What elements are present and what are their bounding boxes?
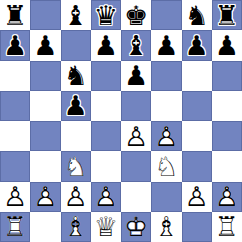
square-g6[interactable] bbox=[182, 61, 212, 91]
square-h3[interactable] bbox=[212, 151, 242, 181]
square-f6[interactable] bbox=[151, 61, 181, 91]
square-a5[interactable] bbox=[0, 91, 30, 121]
square-c8[interactable]: ♝ bbox=[61, 0, 91, 30]
square-a1[interactable]: ♜♖ bbox=[0, 212, 30, 242]
white-pawn-piece[interactable]: ♟♙ bbox=[30, 182, 60, 212]
black-piece-glyph: ♟ bbox=[212, 30, 242, 60]
white-pawn-piece[interactable]: ♟♙ bbox=[121, 121, 151, 151]
square-a7[interactable]: ♟ bbox=[0, 30, 30, 60]
white-piece-outline-layer: ♖ bbox=[0, 212, 30, 242]
square-f3[interactable]: ♞♘ bbox=[151, 151, 181, 181]
white-piece-outline-layer: ♙ bbox=[0, 182, 30, 212]
white-piece-outline-layer: ♘ bbox=[151, 151, 181, 181]
black-piece-glyph: ♟ bbox=[30, 30, 60, 60]
white-pawn-piece[interactable]: ♟♙ bbox=[0, 182, 30, 212]
white-bishop-piece[interactable]: ♝♗ bbox=[61, 212, 91, 242]
square-g1[interactable] bbox=[182, 212, 212, 242]
square-d4[interactable] bbox=[91, 121, 121, 151]
square-h8[interactable]: ♜ bbox=[212, 0, 242, 30]
black-pawn-piece[interactable]: ♟ bbox=[61, 91, 91, 121]
black-piece-glyph: ♟ bbox=[61, 91, 91, 121]
square-d8[interactable]: ♛ bbox=[91, 0, 121, 30]
square-c2[interactable]: ♟♙ bbox=[61, 182, 91, 212]
square-f4[interactable]: ♟♙ bbox=[151, 121, 181, 151]
white-piece-outline-layer: ♔ bbox=[121, 212, 151, 242]
black-rook-piece[interactable]: ♜ bbox=[212, 0, 242, 30]
square-g3[interactable] bbox=[182, 151, 212, 181]
square-b4[interactable] bbox=[30, 121, 60, 151]
black-piece-glyph: ♟ bbox=[0, 30, 30, 60]
square-d5[interactable] bbox=[91, 91, 121, 121]
square-c5[interactable]: ♟ bbox=[61, 91, 91, 121]
black-knight-piece[interactable]: ♞ bbox=[182, 0, 212, 30]
square-b2[interactable]: ♟♙ bbox=[30, 182, 60, 212]
square-a8[interactable]: ♜ bbox=[0, 0, 30, 30]
white-piece-outline-layer: ♖ bbox=[212, 212, 242, 242]
square-g5[interactable] bbox=[182, 91, 212, 121]
white-knight-piece[interactable]: ♞♘ bbox=[61, 151, 91, 181]
white-bishop-piece[interactable]: ♝♗ bbox=[151, 212, 181, 242]
square-b3[interactable] bbox=[30, 151, 60, 181]
square-e6[interactable]: ♟ bbox=[121, 61, 151, 91]
square-b1[interactable] bbox=[30, 212, 60, 242]
white-pawn-piece[interactable]: ♟♙ bbox=[91, 182, 121, 212]
black-piece-glyph: ♜ bbox=[212, 0, 242, 30]
square-g2[interactable]: ♟♙ bbox=[182, 182, 212, 212]
white-piece-outline-layer: ♙ bbox=[212, 182, 242, 212]
black-pawn-piece[interactable]: ♟ bbox=[151, 30, 181, 60]
black-rook-piece[interactable]: ♜ bbox=[0, 0, 30, 30]
black-knight-piece[interactable]: ♞ bbox=[61, 61, 91, 91]
square-a3[interactable] bbox=[0, 151, 30, 181]
white-pawn-piece[interactable]: ♟♙ bbox=[212, 182, 242, 212]
square-d3[interactable] bbox=[91, 151, 121, 181]
white-piece-outline-layer: ♕ bbox=[91, 212, 121, 242]
square-e7[interactable]: ♝ bbox=[121, 30, 151, 60]
white-king-piece[interactable]: ♚♔ bbox=[121, 212, 151, 242]
square-e3[interactable] bbox=[121, 151, 151, 181]
chess-board: ♜♝♛♚♞♜♟♟♟♝♟♟♟♞♟♟♟♙♟♙♞♘♞♘♟♙♟♙♟♙♟♙♟♙♟♙♜♖♝♗… bbox=[0, 0, 242, 242]
square-f5[interactable] bbox=[151, 91, 181, 121]
square-b5[interactable] bbox=[30, 91, 60, 121]
square-b7[interactable]: ♟ bbox=[30, 30, 60, 60]
white-knight-piece[interactable]: ♞♘ bbox=[151, 151, 181, 181]
black-piece-glyph: ♜ bbox=[0, 0, 30, 30]
black-piece-glyph: ♟ bbox=[182, 30, 212, 60]
white-piece-outline-layer: ♙ bbox=[61, 182, 91, 212]
white-pawn-piece[interactable]: ♟♙ bbox=[182, 182, 212, 212]
white-queen-piece[interactable]: ♛♕ bbox=[91, 212, 121, 242]
white-piece-outline-layer: ♙ bbox=[91, 182, 121, 212]
black-piece-glyph: ♞ bbox=[182, 0, 212, 30]
square-c1[interactable]: ♝♗ bbox=[61, 212, 91, 242]
square-g8[interactable]: ♞ bbox=[182, 0, 212, 30]
white-piece-outline-layer: ♙ bbox=[151, 121, 181, 151]
square-e4[interactable]: ♟♙ bbox=[121, 121, 151, 151]
square-e5[interactable] bbox=[121, 91, 151, 121]
white-piece-outline-layer: ♙ bbox=[121, 121, 151, 151]
white-rook-piece[interactable]: ♜♖ bbox=[212, 212, 242, 242]
black-bishop-piece[interactable]: ♝ bbox=[121, 30, 151, 60]
white-pawn-piece[interactable]: ♟♙ bbox=[151, 121, 181, 151]
black-piece-glyph: ♛ bbox=[91, 0, 121, 30]
black-piece-glyph: ♚ bbox=[121, 0, 151, 30]
square-c7[interactable] bbox=[61, 30, 91, 60]
square-f8[interactable] bbox=[151, 0, 181, 30]
black-pawn-piece[interactable]: ♟ bbox=[30, 30, 60, 60]
square-h7[interactable]: ♟ bbox=[212, 30, 242, 60]
black-pawn-piece[interactable]: ♟ bbox=[212, 30, 242, 60]
square-b6[interactable] bbox=[30, 61, 60, 91]
square-e1[interactable]: ♚♔ bbox=[121, 212, 151, 242]
square-h5[interactable] bbox=[212, 91, 242, 121]
black-pawn-piece[interactable]: ♟ bbox=[91, 30, 121, 60]
white-rook-piece[interactable]: ♜♖ bbox=[0, 212, 30, 242]
white-piece-outline-layer: ♗ bbox=[61, 212, 91, 242]
square-c6[interactable]: ♞ bbox=[61, 61, 91, 91]
square-e2[interactable] bbox=[121, 182, 151, 212]
square-a2[interactable]: ♟♙ bbox=[0, 182, 30, 212]
black-pawn-piece[interactable]: ♟ bbox=[121, 61, 151, 91]
black-king-piece[interactable]: ♚ bbox=[121, 0, 151, 30]
square-e8[interactable]: ♚ bbox=[121, 0, 151, 30]
square-h2[interactable]: ♟♙ bbox=[212, 182, 242, 212]
square-f7[interactable]: ♟ bbox=[151, 30, 181, 60]
black-bishop-piece[interactable]: ♝ bbox=[61, 0, 91, 30]
black-piece-glyph: ♝ bbox=[121, 30, 151, 60]
black-piece-glyph: ♝ bbox=[61, 0, 91, 30]
square-g7[interactable]: ♟ bbox=[182, 30, 212, 60]
square-h6[interactable] bbox=[212, 61, 242, 91]
square-c3[interactable]: ♞♘ bbox=[61, 151, 91, 181]
square-d7[interactable]: ♟ bbox=[91, 30, 121, 60]
square-h1[interactable]: ♜♖ bbox=[212, 212, 242, 242]
black-piece-glyph: ♟ bbox=[91, 30, 121, 60]
black-pawn-piece[interactable]: ♟ bbox=[0, 30, 30, 60]
square-a4[interactable] bbox=[0, 121, 30, 151]
square-a6[interactable] bbox=[0, 61, 30, 91]
white-piece-outline-layer: ♙ bbox=[30, 182, 60, 212]
black-pawn-piece[interactable]: ♟ bbox=[182, 30, 212, 60]
black-piece-glyph: ♟ bbox=[151, 30, 181, 60]
square-f2[interactable] bbox=[151, 182, 181, 212]
square-b8[interactable] bbox=[30, 0, 60, 30]
white-piece-outline-layer: ♘ bbox=[61, 151, 91, 181]
white-pawn-piece[interactable]: ♟♙ bbox=[61, 182, 91, 212]
white-piece-outline-layer: ♙ bbox=[182, 182, 212, 212]
black-piece-glyph: ♞ bbox=[61, 61, 91, 91]
square-c4[interactable] bbox=[61, 121, 91, 151]
square-g4[interactable] bbox=[182, 121, 212, 151]
square-d6[interactable] bbox=[91, 61, 121, 91]
square-f1[interactable]: ♝♗ bbox=[151, 212, 181, 242]
square-h4[interactable] bbox=[212, 121, 242, 151]
white-piece-outline-layer: ♗ bbox=[151, 212, 181, 242]
black-queen-piece[interactable]: ♛ bbox=[91, 0, 121, 30]
square-d2[interactable]: ♟♙ bbox=[91, 182, 121, 212]
square-d1[interactable]: ♛♕ bbox=[91, 212, 121, 242]
black-piece-glyph: ♟ bbox=[121, 61, 151, 91]
